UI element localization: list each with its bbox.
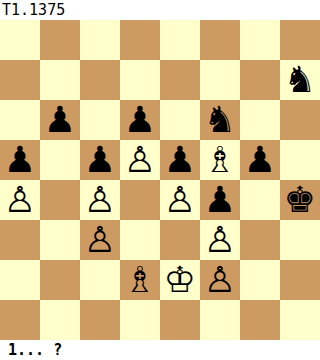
black-king-icon: ♚: [284, 180, 316, 220]
square-h6[interactable]: [280, 100, 320, 140]
square-h7[interactable]: ♞: [280, 60, 320, 100]
square-g8[interactable]: [240, 20, 280, 60]
square-g7[interactable]: [240, 60, 280, 100]
square-d1[interactable]: [120, 300, 160, 340]
white-pawn-icon: ♙: [204, 260, 236, 300]
square-e3[interactable]: [160, 220, 200, 260]
white-king-icon: ♔: [164, 260, 196, 300]
square-h3[interactable]: [280, 220, 320, 260]
black-pawn-icon: ♟: [124, 100, 156, 140]
square-b5[interactable]: [40, 140, 80, 180]
square-e1[interactable]: [160, 300, 200, 340]
square-b6[interactable]: ♟: [40, 100, 80, 140]
square-g5[interactable]: ♟: [240, 140, 280, 180]
square-h2[interactable]: [280, 260, 320, 300]
square-c2[interactable]: [80, 260, 120, 300]
square-d7[interactable]: [120, 60, 160, 100]
square-h8[interactable]: [280, 20, 320, 60]
square-h4[interactable]: ♚: [280, 180, 320, 220]
puzzle-id: T1.1375: [0, 0, 320, 20]
black-pawn-icon: ♟: [164, 140, 196, 180]
square-c5[interactable]: ♟: [80, 140, 120, 180]
white-pawn-icon: ♙: [84, 180, 116, 220]
square-f1[interactable]: [200, 300, 240, 340]
square-a4[interactable]: ♙: [0, 180, 40, 220]
square-a3[interactable]: [0, 220, 40, 260]
square-c1[interactable]: [80, 300, 120, 340]
white-pawn-icon: ♙: [84, 220, 116, 260]
move-prompt: 1... ?: [0, 340, 320, 360]
square-e5[interactable]: ♟: [160, 140, 200, 180]
white-bishop-icon: ♗: [204, 140, 236, 180]
square-d2[interactable]: ♗: [120, 260, 160, 300]
black-pawn-icon: ♟: [204, 180, 236, 220]
white-pawn-icon: ♙: [164, 180, 196, 220]
square-b4[interactable]: [40, 180, 80, 220]
square-h5[interactable]: [280, 140, 320, 180]
square-f2[interactable]: ♙: [200, 260, 240, 300]
white-pawn-icon: ♙: [124, 140, 156, 180]
black-pawn-icon: ♟: [244, 140, 276, 180]
square-e6[interactable]: [160, 100, 200, 140]
square-g4[interactable]: [240, 180, 280, 220]
square-g3[interactable]: [240, 220, 280, 260]
square-c8[interactable]: [80, 20, 120, 60]
black-pawn-icon: ♟: [84, 140, 116, 180]
white-bishop-icon: ♗: [124, 260, 156, 300]
square-c7[interactable]: [80, 60, 120, 100]
square-f8[interactable]: [200, 20, 240, 60]
square-c6[interactable]: [80, 100, 120, 140]
square-a7[interactable]: [0, 60, 40, 100]
chess-board: ♞♟♟♞♟♟♙♟♗♟♙♙♙♟♚♙♙♗♔♙: [0, 20, 320, 340]
square-f4[interactable]: ♟: [200, 180, 240, 220]
square-e4[interactable]: ♙: [160, 180, 200, 220]
square-e2[interactable]: ♔: [160, 260, 200, 300]
square-a1[interactable]: [0, 300, 40, 340]
square-a2[interactable]: [0, 260, 40, 300]
square-b3[interactable]: [40, 220, 80, 260]
square-a6[interactable]: [0, 100, 40, 140]
square-f6[interactable]: ♞: [200, 100, 240, 140]
square-d6[interactable]: ♟: [120, 100, 160, 140]
square-g2[interactable]: [240, 260, 280, 300]
square-d3[interactable]: [120, 220, 160, 260]
square-e8[interactable]: [160, 20, 200, 60]
square-c4[interactable]: ♙: [80, 180, 120, 220]
square-h1[interactable]: [280, 300, 320, 340]
square-g6[interactable]: [240, 100, 280, 140]
square-b2[interactable]: [40, 260, 80, 300]
square-d5[interactable]: ♙: [120, 140, 160, 180]
square-b8[interactable]: [40, 20, 80, 60]
square-f5[interactable]: ♗: [200, 140, 240, 180]
white-pawn-icon: ♙: [204, 220, 236, 260]
square-b7[interactable]: [40, 60, 80, 100]
square-f3[interactable]: ♙: [200, 220, 240, 260]
square-c3[interactable]: ♙: [80, 220, 120, 260]
square-f7[interactable]: [200, 60, 240, 100]
square-d8[interactable]: [120, 20, 160, 60]
black-pawn-icon: ♟: [44, 100, 76, 140]
black-knight-icon: ♞: [284, 60, 316, 100]
square-a5[interactable]: ♟: [0, 140, 40, 180]
black-pawn-icon: ♟: [4, 140, 36, 180]
square-a8[interactable]: [0, 20, 40, 60]
square-g1[interactable]: [240, 300, 280, 340]
black-knight-icon: ♞: [204, 100, 236, 140]
square-b1[interactable]: [40, 300, 80, 340]
square-d4[interactable]: [120, 180, 160, 220]
square-e7[interactable]: [160, 60, 200, 100]
white-pawn-icon: ♙: [4, 180, 36, 220]
